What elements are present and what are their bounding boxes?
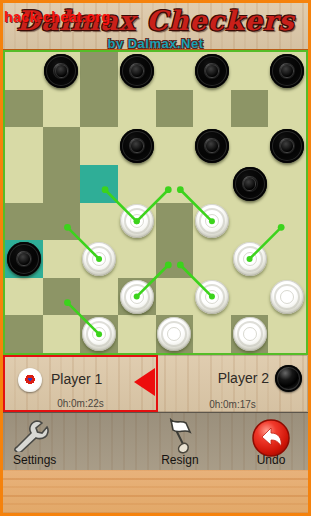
square-6-6 [231,278,269,316]
square-5-3 [118,240,156,278]
checkers-board [3,50,308,355]
square-4-2 [80,203,118,241]
square-4-0 [5,203,43,241]
square-6-1[interactable] [43,278,81,316]
square-3-0[interactable] [5,165,43,203]
square-5-7 [268,240,306,278]
white-piece-7-6[interactable] [233,317,267,351]
square-4-4 [156,203,194,241]
square-6-0 [5,278,43,316]
white-piece-6-3[interactable] [120,280,154,314]
resign-label: Resign [145,453,215,467]
square-5-1 [43,240,81,278]
square-3-3 [118,165,156,203]
player2-name: Player 2 [218,370,269,386]
white-piece-6-5[interactable] [195,280,229,314]
player1-box: Player 1 0h:0m:22s [3,355,158,412]
square-2-0 [5,127,43,165]
white-piece-5-2[interactable] [82,242,116,276]
square-7-3 [118,315,156,353]
player2-box: Player 2 0h:0m:17s [158,355,308,412]
square-1-2[interactable] [80,90,118,128]
wrench-icon [3,418,73,452]
square-6-2 [80,278,118,316]
black-piece-0-1[interactable] [44,54,78,88]
square-1-1 [43,90,81,128]
white-piece-7-2[interactable] [82,317,116,351]
square-4-1[interactable] [43,203,81,241]
square-0-0 [5,52,43,90]
square-5-5 [193,240,231,278]
black-piece-2-3[interactable] [120,129,154,163]
white-flag-icon [145,418,215,456]
square-2-6 [231,127,269,165]
square-2-1[interactable] [43,127,81,165]
white-piece-4-5[interactable] [195,204,229,238]
square-5-4[interactable] [156,240,194,278]
player-panel: Player 1 0h:0m:22s Player 2 0h:0m:17s [3,355,308,412]
player1-white-piece-icon [18,368,42,392]
resign-button[interactable]: Resign [145,415,215,470]
black-piece-3-6[interactable] [233,167,267,201]
square-1-6[interactable] [231,90,269,128]
black-piece-0-5[interactable] [195,54,229,88]
player2-timer: 0h:0m:17s [158,399,307,410]
white-piece-5-6[interactable] [233,242,267,276]
square-1-0[interactable] [5,90,43,128]
black-piece-2-7[interactable] [270,129,304,163]
square-1-7 [268,90,306,128]
square-7-1 [43,315,81,353]
square-3-5 [193,165,231,203]
square-3-2[interactable] [80,165,118,203]
square-7-5 [193,315,231,353]
square-4-7[interactable] [268,203,306,241]
square-3-1 [43,165,81,203]
black-piece-0-7[interactable] [270,54,304,88]
undo-label: Undo [236,453,306,467]
black-piece-5-0[interactable] [7,242,41,276]
black-piece-0-3[interactable] [120,54,154,88]
square-0-6 [231,52,269,90]
app-screen: Dalmax Checkers by Dalmax.Net hack-cheat… [0,0,311,516]
white-piece-6-7[interactable] [270,280,304,314]
player1-timer: 0h:0m:22s [5,398,156,409]
settings-button[interactable]: Settings [3,415,73,470]
square-1-4[interactable] [156,90,194,128]
square-1-3 [118,90,156,128]
square-7-7 [268,315,306,353]
settings-label: Settings [3,453,73,467]
square-3-7 [268,165,306,203]
footer-wood [3,470,308,514]
player2-black-piece-icon [275,365,302,392]
square-0-4 [156,52,194,90]
square-2-2 [80,127,118,165]
square-4-6 [231,203,269,241]
toolbar: Settings Resign [3,412,308,470]
square-1-5 [193,90,231,128]
board-grid [5,52,306,353]
white-piece-4-3[interactable] [120,204,154,238]
black-piece-2-5[interactable] [195,129,229,163]
undo-button[interactable]: Undo [236,415,306,470]
player1-name: Player 1 [51,371,102,387]
square-3-4[interactable] [156,165,194,203]
square-6-4 [156,278,194,316]
title-bar: Dalmax Checkers by Dalmax.Net hack-cheat… [3,3,308,50]
watermark-text: hack-cheat.org [4,9,111,25]
square-2-4 [156,127,194,165]
app-subtitle: by Dalmax.Net [3,36,308,51]
turn-indicator-icon [134,368,155,396]
square-7-0[interactable] [5,315,43,353]
square-0-2 [80,52,118,90]
